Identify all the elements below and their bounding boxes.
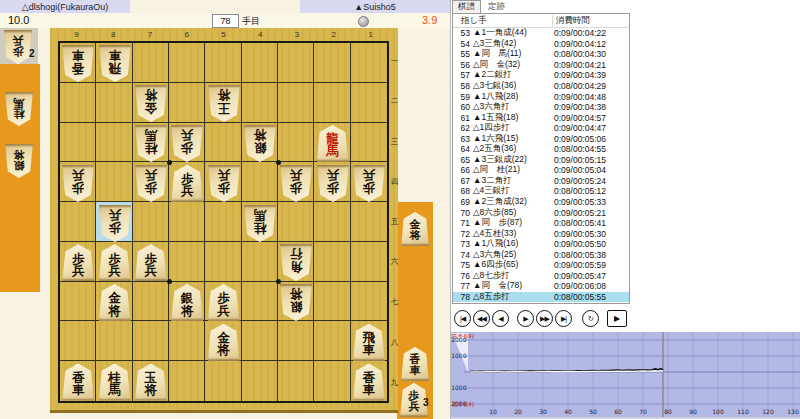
move-time: 0:09/00:05:04 bbox=[554, 165, 606, 175]
move-text: △8五歩打 bbox=[473, 291, 554, 303]
svg-text:10: 10 bbox=[489, 408, 497, 415]
move-time: 0:09/00:05:30 bbox=[554, 229, 606, 239]
forward-1-button[interactable]: ▶ bbox=[517, 310, 534, 327]
svg-text:30: 30 bbox=[539, 408, 547, 415]
move-time: 0:08/00:05:12 bbox=[554, 186, 606, 196]
svg-text:70: 70 bbox=[639, 408, 647, 415]
move-number: 77 bbox=[453, 281, 470, 291]
forward-10-button[interactable]: ▶▶ bbox=[536, 310, 553, 327]
move-number: 55 bbox=[453, 49, 470, 59]
move-time: 0:08/00:04:55 bbox=[554, 144, 606, 154]
move-number: 74 bbox=[453, 250, 470, 260]
svg-text:先手有利: 先手有利 bbox=[452, 333, 475, 340]
move-time: 0:09/00:04:47 bbox=[554, 123, 606, 133]
move-number: 53 bbox=[453, 28, 470, 38]
hand-count-gote: 2 bbox=[29, 48, 35, 59]
move-number: 62 bbox=[453, 123, 470, 133]
play-button[interactable]: ▶ bbox=[607, 310, 627, 327]
move-time: 0:09/00:05:59 bbox=[554, 260, 606, 270]
svg-text:60: 60 bbox=[614, 408, 622, 415]
svg-text:80: 80 bbox=[664, 408, 672, 415]
shogi-gui-window: △dlshogi(FukauraOu) ▲Suisho5 10.0 78 手目 … bbox=[0, 0, 800, 419]
move-list-box: 指し手 消費時間 53▲1一角成(44)0:09/00:04:2254△3三角(… bbox=[452, 13, 630, 304]
tab-joseki[interactable]: 定跡 bbox=[483, 0, 510, 13]
first-button[interactable]: |◀ bbox=[454, 310, 471, 327]
svg-text:50: 50 bbox=[589, 408, 597, 415]
move-number: 68 bbox=[453, 186, 470, 196]
move-time: 0:08/00:04:29 bbox=[554, 81, 606, 91]
move-number: 75 bbox=[453, 260, 470, 270]
piece-香車-sente[interactable]: 香車 bbox=[401, 347, 429, 381]
eval-graph: 10203040506070809010011012013020001000-1… bbox=[451, 332, 800, 417]
move-number: 59 bbox=[453, 92, 470, 102]
move-list-header: 指し手 消費時間 bbox=[453, 14, 629, 28]
piece-桂馬-gote[interactable]: 桂馬 bbox=[5, 92, 33, 126]
move-number: 60 bbox=[453, 102, 470, 112]
hand-count-sente: 3 bbox=[423, 397, 429, 408]
svg-text:1000: 1000 bbox=[451, 352, 466, 359]
move-time: 0:08/00:05:55 bbox=[554, 292, 606, 302]
move-number: 57 bbox=[453, 70, 470, 80]
move-time: 0:08/00:05:41 bbox=[554, 218, 606, 228]
svg-text:100: 100 bbox=[712, 408, 724, 415]
svg-text:130: 130 bbox=[787, 408, 799, 415]
move-number: 63 bbox=[453, 134, 470, 144]
back-1-button[interactable]: ◀ bbox=[492, 310, 509, 327]
column-separator bbox=[552, 15, 553, 26]
board-pane: △dlshogi(FukauraOu) ▲Suisho5 10.0 78 手目 … bbox=[0, 0, 451, 419]
move-time: 0:09/00:04:22 bbox=[554, 28, 606, 38]
move-time: 0:08/00:04:30 bbox=[554, 49, 606, 59]
move-number: 65 bbox=[453, 155, 470, 165]
move-number: 56 bbox=[453, 60, 470, 70]
move-number: 72 bbox=[453, 229, 470, 239]
svg-text:120: 120 bbox=[762, 408, 774, 415]
move-number: 66 bbox=[453, 165, 470, 175]
back-10-button[interactable]: ◀◀ bbox=[473, 310, 490, 327]
tab-kifu[interactable]: 棋譜 bbox=[452, 0, 481, 13]
move-time: 0:09/00:05:33 bbox=[554, 197, 606, 207]
move-time: 0:09/00:05:50 bbox=[554, 239, 606, 249]
move-time: 0:09/00:04:21 bbox=[554, 60, 606, 70]
move-number: 78 bbox=[453, 292, 470, 302]
svg-text:90: 90 bbox=[689, 408, 697, 415]
move-time: 0:09/00:04:57 bbox=[554, 113, 606, 123]
svg-text:110: 110 bbox=[737, 408, 749, 415]
move-time: 0:09/00:04:38 bbox=[554, 102, 606, 112]
piece-金将-sente[interactable]: 金将 bbox=[401, 212, 429, 246]
kifu-row-78[interactable]: 78△8五歩打0:08/00:05:55 bbox=[453, 292, 629, 303]
move-time: 0:08/00:05:38 bbox=[554, 250, 606, 260]
svg-text:20: 20 bbox=[514, 408, 522, 415]
move-number: 71 bbox=[453, 218, 470, 228]
move-number: 61 bbox=[453, 113, 470, 123]
move-number: 54 bbox=[453, 39, 470, 49]
move-time: 0:09/00:06:08 bbox=[554, 281, 606, 291]
move-number: 76 bbox=[453, 271, 470, 281]
loop-button[interactable]: ↻ bbox=[582, 310, 599, 327]
time-column-header: 消費時間 bbox=[556, 15, 590, 27]
last-button[interactable]: ▶| bbox=[555, 310, 572, 327]
piece-銀将-gote[interactable]: 銀将 bbox=[5, 144, 33, 178]
move-number: 58 bbox=[453, 81, 470, 91]
move-time: 0:09/00:04:48 bbox=[554, 92, 606, 102]
kifu-pane: 棋譜 定跡 指し手 消費時間 53▲1一角成(44)0:09/00:04:225… bbox=[451, 0, 800, 419]
move-time: 0:09/00:04:12 bbox=[554, 39, 606, 49]
move-number: 70 bbox=[453, 208, 470, 218]
move-number: 64 bbox=[453, 144, 470, 154]
hand-pieces-layer: 歩兵2桂馬銀将金将香車歩兵3 bbox=[0, 0, 450, 419]
svg-text:-1000: -1000 bbox=[451, 384, 467, 391]
move-number: 73 bbox=[453, 239, 470, 249]
move-list: 53▲1一角成(44)0:09/00:04:2254△3三角(42)0:09/0… bbox=[453, 28, 629, 302]
svg-text:40: 40 bbox=[564, 408, 572, 415]
moves-column-header: 指し手 bbox=[461, 15, 487, 27]
piece-歩兵-gote[interactable]: 歩兵 bbox=[4, 30, 32, 64]
svg-text:後手有利: 後手有利 bbox=[452, 401, 475, 407]
move-time: 0:09/00:05:06 bbox=[554, 134, 606, 144]
move-time: 0:09/00:05:24 bbox=[554, 176, 606, 186]
move-number: 69 bbox=[453, 197, 470, 207]
move-time: 0:09/00:05:15 bbox=[554, 155, 606, 165]
move-number: 67 bbox=[453, 176, 470, 186]
move-time: 0:09/00:05:47 bbox=[554, 271, 606, 281]
move-time: 0:09/00:04:39 bbox=[554, 70, 606, 80]
move-time: 0:09/00:05:21 bbox=[554, 208, 606, 218]
